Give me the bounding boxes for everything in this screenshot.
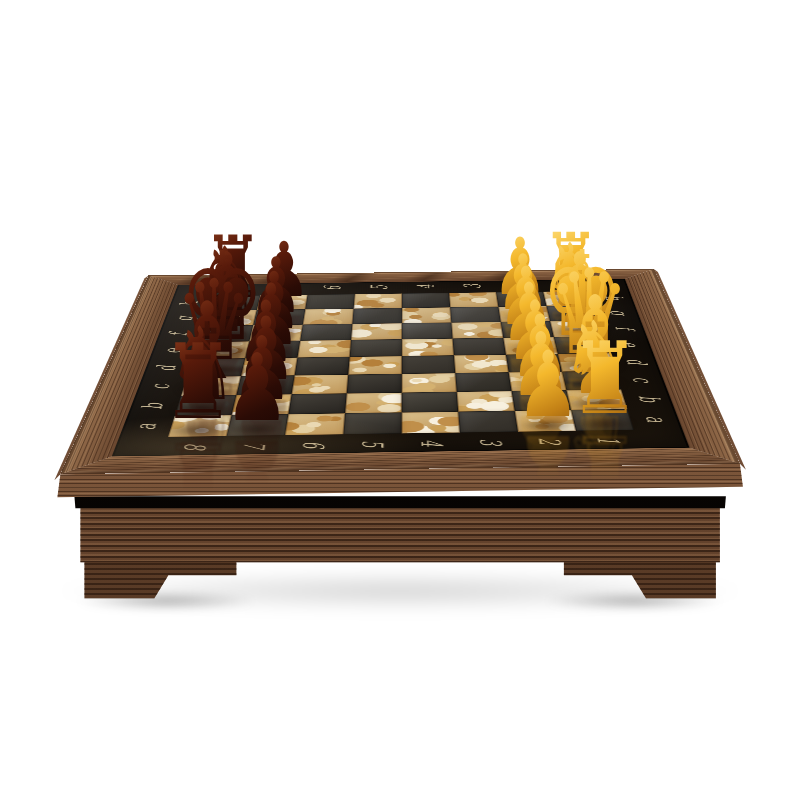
coord-right-a: a [639, 416, 673, 423]
white-rook[interactable]: ♜ [571, 330, 641, 430]
square-d4[interactable] [402, 355, 455, 374]
square-h5[interactable] [354, 293, 402, 308]
coord-left-a: a [128, 423, 163, 430]
square-e5[interactable] [350, 339, 402, 357]
square-f4[interactable] [402, 323, 453, 340]
square-a5[interactable] [343, 412, 401, 434]
coord-back-3: 3 [459, 284, 486, 289]
coord-front-4: 4 [414, 439, 448, 446]
chess-set-photo: 88aa77bb66cc55dd44ee33ff22gg11hh ♜♜♞♞♝♝♛… [0, 0, 800, 800]
coord-front-5: 5 [355, 440, 389, 447]
black-pawn[interactable]: ♟ [225, 341, 290, 434]
square-c5[interactable] [347, 374, 402, 394]
square-b5[interactable] [345, 393, 402, 414]
square-g4[interactable] [402, 307, 451, 323]
square-d5[interactable] [348, 356, 402, 375]
square-b4[interactable] [402, 392, 459, 413]
coord-back-6: 6 [318, 286, 345, 291]
coord-back-4: 4 [412, 284, 438, 289]
square-e4[interactable] [402, 339, 454, 357]
black-rook[interactable]: ♜ [161, 332, 234, 436]
square-c4[interactable] [402, 373, 457, 393]
coord-front-3: 3 [473, 438, 507, 445]
square-g5[interactable] [352, 308, 402, 324]
square-a4[interactable] [402, 412, 460, 434]
coord-front-6: 6 [296, 441, 330, 448]
coord-back-5: 5 [365, 285, 391, 290]
square-h3[interactable] [449, 292, 498, 307]
square-h4[interactable] [402, 293, 450, 308]
square-f5[interactable] [351, 323, 402, 340]
square-h6[interactable] [305, 294, 355, 309]
